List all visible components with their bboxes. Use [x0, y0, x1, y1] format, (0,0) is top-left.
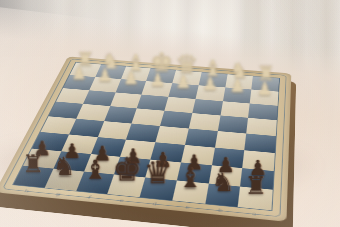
- chess-board[interactable]: hgfedcba ♜♞♝♚♛♝♞♜♟♟♟♟♟♟♟♟♟♟♟♟♟♟♟♟♜♞♝♚♛♝♞…: [0, 56, 291, 221]
- coord-mark-g: g: [41, 189, 75, 198]
- piece-white-pawn-a2[interactable]: ♟: [246, 54, 284, 97]
- piece-layer: ♜♞♝♚♛♝♞♜♟♟♟♟♟♟♟♟♟♟♟♟♟♟♟♟♜♞♝♚♛♝♞♜: [13, 63, 279, 211]
- coord-mark-c: c: [170, 202, 204, 212]
- chessboard-scene: hgfedcba ♜♞♝♚♛♝♞♜♟♟♟♟♟♟♟♟♟♟♟♟♟♟♟♟♜♞♝♚♛♝♞…: [0, 0, 340, 227]
- photo-stage: hgfedcba ♜♞♝♚♛♝♞♜♟♟♟♟♟♟♟♟♟♟♟♟♟♟♟♟♜♞♝♚♛♝♞…: [0, 0, 340, 227]
- coord-mark-f: f: [73, 192, 107, 202]
- coord-mark-d: d: [137, 199, 171, 209]
- coord-mark-h: h: [10, 186, 44, 195]
- coord-mark-b: b: [203, 205, 237, 215]
- piece-black-rook-a8[interactable]: ♜: [233, 146, 279, 199]
- coord-mark-e: e: [105, 195, 139, 205]
- coord-mark-a: a: [237, 208, 271, 218]
